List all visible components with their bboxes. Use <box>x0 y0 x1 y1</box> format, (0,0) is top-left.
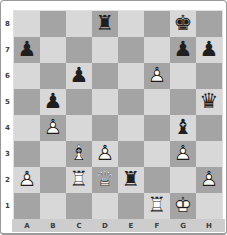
square-d2[interactable]: ♛♕ <box>92 167 118 193</box>
white-rook-piece[interactable]: ♜♖ <box>66 167 92 193</box>
piece-fill-glyph: ♟ <box>40 89 66 115</box>
square-f3[interactable] <box>144 141 170 167</box>
piece-fill-glyph: ♜ <box>92 11 118 37</box>
square-e7[interactable] <box>118 37 144 63</box>
white-pawn-piece[interactable]: ♟♙ <box>40 115 66 141</box>
piece-outline-glyph: ♙ <box>14 167 40 193</box>
square-a2[interactable]: ♟♙ <box>14 167 40 193</box>
rank-label-7: 7 <box>1 37 14 63</box>
piece-fill-glyph: ♟ <box>196 167 222 193</box>
square-h5[interactable]: ♛ <box>196 89 222 115</box>
square-a3[interactable] <box>14 141 40 167</box>
chess-diagram: 87654321 ♜♚♟♟♟♟♟♙♟♛♟♙♝♝♗♟♙♟♙♟♙♜♖♛♕♜♟♙♜♖♚… <box>0 0 227 235</box>
white-pawn-piece[interactable]: ♟♙ <box>92 141 118 167</box>
square-g8[interactable]: ♚ <box>170 11 196 37</box>
square-a6[interactable] <box>14 63 40 89</box>
piece-fill-glyph: ♟ <box>144 63 170 89</box>
rank-label-2: 2 <box>1 167 14 193</box>
square-d7[interactable] <box>92 37 118 63</box>
square-c7[interactable] <box>66 37 92 63</box>
square-e2[interactable]: ♜ <box>118 167 144 193</box>
piece-fill-glyph: ♟ <box>92 141 118 167</box>
square-c1[interactable] <box>66 193 92 219</box>
piece-outline-glyph: ♖ <box>66 167 92 193</box>
white-pawn-piece[interactable]: ♟♙ <box>196 167 222 193</box>
rank-label-8: 8 <box>1 11 14 37</box>
rank-label-5: 5 <box>1 89 14 115</box>
square-b8[interactable] <box>40 11 66 37</box>
rank-label-4: 4 <box>1 115 14 141</box>
square-f5[interactable] <box>144 89 170 115</box>
file-label-e: E <box>118 219 144 232</box>
square-d1[interactable] <box>92 193 118 219</box>
square-c6[interactable]: ♟ <box>66 63 92 89</box>
piece-outline-glyph: ♙ <box>170 141 196 167</box>
square-f8[interactable] <box>144 11 170 37</box>
white-queen-piece[interactable]: ♛♕ <box>92 167 118 193</box>
black-rook-piece[interactable]: ♜ <box>92 11 118 37</box>
square-f6[interactable]: ♟♙ <box>144 63 170 89</box>
square-g2[interactable] <box>170 167 196 193</box>
piece-outline-glyph: ♙ <box>40 115 66 141</box>
white-bishop-piece[interactable]: ♝♗ <box>66 141 92 167</box>
black-queen-piece[interactable]: ♛ <box>196 89 222 115</box>
square-h2[interactable]: ♟♙ <box>196 167 222 193</box>
piece-fill-glyph: ♜ <box>144 193 170 219</box>
square-f2[interactable] <box>144 167 170 193</box>
square-h6[interactable] <box>196 63 222 89</box>
black-pawn-piece[interactable]: ♟ <box>14 37 40 63</box>
square-e3[interactable] <box>118 141 144 167</box>
file-label-h: H <box>196 219 222 232</box>
black-king-piece[interactable]: ♚ <box>170 11 196 37</box>
square-c2[interactable]: ♜♖ <box>66 167 92 193</box>
piece-outline-glyph: ♖ <box>144 193 170 219</box>
file-label-c: C <box>66 219 92 232</box>
square-a5[interactable] <box>14 89 40 115</box>
piece-fill-glyph: ♝ <box>66 141 92 167</box>
black-pawn-piece[interactable]: ♟ <box>170 37 196 63</box>
square-e5[interactable] <box>118 89 144 115</box>
square-a7[interactable]: ♟ <box>14 37 40 63</box>
rank-label-6: 6 <box>1 63 14 89</box>
square-h3[interactable] <box>196 141 222 167</box>
square-d4[interactable] <box>92 115 118 141</box>
white-pawn-piece[interactable]: ♟♙ <box>170 141 196 167</box>
piece-fill-glyph: ♛ <box>92 167 118 193</box>
piece-fill-glyph: ♟ <box>40 115 66 141</box>
piece-fill-glyph: ♜ <box>66 167 92 193</box>
square-b1[interactable] <box>40 193 66 219</box>
white-king-piece[interactable]: ♚♔ <box>170 193 196 219</box>
square-a1[interactable] <box>14 193 40 219</box>
file-labels: ABCDEFGH <box>14 219 222 232</box>
file-label-a: A <box>14 219 40 232</box>
square-c8[interactable] <box>66 11 92 37</box>
piece-outline-glyph: ♗ <box>66 141 92 167</box>
square-e4[interactable] <box>118 115 144 141</box>
square-b3[interactable] <box>40 141 66 167</box>
square-g3[interactable]: ♟♙ <box>170 141 196 167</box>
square-h7[interactable]: ♟ <box>196 37 222 63</box>
piece-fill-glyph: ♟ <box>196 37 222 63</box>
rank-label-3: 3 <box>1 141 14 167</box>
square-g1[interactable]: ♚♔ <box>170 193 196 219</box>
rank-labels: 87654321 <box>1 11 14 219</box>
square-h1[interactable] <box>196 193 222 219</box>
chess-board: ♜♚♟♟♟♟♟♙♟♛♟♙♝♝♗♟♙♟♙♟♙♜♖♛♕♜♟♙♜♖♚♔ <box>14 11 222 219</box>
square-e1[interactable] <box>118 193 144 219</box>
piece-fill-glyph: ♚ <box>170 193 196 219</box>
square-f7[interactable] <box>144 37 170 63</box>
rank-label-1: 1 <box>1 193 14 219</box>
square-e8[interactable] <box>118 11 144 37</box>
square-f1[interactable]: ♜♖ <box>144 193 170 219</box>
square-b6[interactable] <box>40 63 66 89</box>
square-h8[interactable] <box>196 11 222 37</box>
square-c5[interactable] <box>66 89 92 115</box>
square-b2[interactable] <box>40 167 66 193</box>
square-c4[interactable] <box>66 115 92 141</box>
square-g7[interactable]: ♟ <box>170 37 196 63</box>
black-pawn-piece[interactable]: ♟ <box>196 37 222 63</box>
file-label-g: G <box>170 219 196 232</box>
square-d3[interactable]: ♟♙ <box>92 141 118 167</box>
black-pawn-piece[interactable]: ♟ <box>66 63 92 89</box>
white-pawn-piece[interactable]: ♟♙ <box>14 167 40 193</box>
square-d5[interactable] <box>92 89 118 115</box>
square-g6[interactable] <box>170 63 196 89</box>
file-label-b: B <box>40 219 66 232</box>
file-label-d: D <box>92 219 118 232</box>
piece-fill-glyph: ♟ <box>66 63 92 89</box>
square-b5[interactable]: ♟ <box>40 89 66 115</box>
white-rook-piece[interactable]: ♜♖ <box>144 193 170 219</box>
piece-outline-glyph: ♕ <box>92 167 118 193</box>
piece-outline-glyph: ♙ <box>196 167 222 193</box>
square-e6[interactable] <box>118 63 144 89</box>
square-f4[interactable] <box>144 115 170 141</box>
piece-fill-glyph: ♚ <box>170 11 196 37</box>
square-d6[interactable] <box>92 63 118 89</box>
white-pawn-piece[interactable]: ♟♙ <box>144 63 170 89</box>
square-b4[interactable]: ♟♙ <box>40 115 66 141</box>
square-g5[interactable] <box>170 89 196 115</box>
piece-fill-glyph: ♛ <box>196 89 222 115</box>
square-a4[interactable] <box>14 115 40 141</box>
piece-fill-glyph: ♜ <box>118 167 144 193</box>
square-c3[interactable]: ♝♗ <box>66 141 92 167</box>
black-pawn-piece[interactable]: ♟ <box>40 89 66 115</box>
piece-outline-glyph: ♙ <box>144 63 170 89</box>
piece-outline-glyph: ♔ <box>170 193 196 219</box>
square-a8[interactable] <box>14 11 40 37</box>
piece-fill-glyph: ♝ <box>170 115 196 141</box>
piece-outline-glyph: ♙ <box>92 141 118 167</box>
piece-fill-glyph: ♟ <box>14 167 40 193</box>
piece-fill-glyph: ♟ <box>170 141 196 167</box>
black-rook-piece[interactable]: ♜ <box>118 167 144 193</box>
piece-fill-glyph: ♟ <box>170 37 196 63</box>
square-d8[interactable]: ♜ <box>92 11 118 37</box>
square-h4[interactable] <box>196 115 222 141</box>
square-g4[interactable]: ♝ <box>170 115 196 141</box>
file-label-f: F <box>144 219 170 232</box>
square-b7[interactable] <box>40 37 66 63</box>
black-bishop-piece[interactable]: ♝ <box>170 115 196 141</box>
piece-fill-glyph: ♟ <box>14 37 40 63</box>
